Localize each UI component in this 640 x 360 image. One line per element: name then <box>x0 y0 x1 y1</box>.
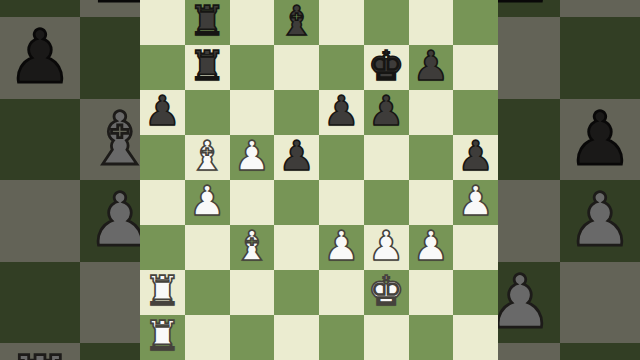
square-f8[interactable] <box>364 0 409 45</box>
square-h4[interactable]: ♟ <box>453 180 498 225</box>
square-b2[interactable] <box>185 270 230 315</box>
black-rook[interactable]: ♜ <box>189 1 226 42</box>
square-g5[interactable] <box>409 135 454 180</box>
white-bishop[interactable]: ♝ <box>233 226 270 267</box>
white-rook[interactable]: ♜ <box>144 316 181 357</box>
square-d2[interactable] <box>274 270 319 315</box>
square-g8[interactable] <box>409 0 454 45</box>
square-a4[interactable] <box>140 180 185 225</box>
chess-board[interactable]: ♜♝♜♚♟♟♟♟♝♟♟♟♟♟♝♟♟♟♜♚♜ <box>140 0 498 360</box>
square-f1[interactable] <box>364 315 409 360</box>
square-a6[interactable]: ♟ <box>140 90 185 135</box>
square-d4[interactable] <box>274 180 319 225</box>
square-g4[interactable] <box>409 180 454 225</box>
square-b8[interactable]: ♜ <box>185 0 230 45</box>
square-e4[interactable] <box>319 180 364 225</box>
square-d5[interactable]: ♟ <box>274 135 319 180</box>
white-pawn[interactable]: ♟ <box>412 226 449 267</box>
video-frame: ♜♝♜♚♟♟♟♟♝♟♟♟♟♟♝♟♟♟♜♚♜ ♜♝♜♚♟♟♟♟♝♟♟♟♟♟♝♟♟♟… <box>0 0 640 360</box>
square-b7[interactable]: ♜ <box>185 45 230 90</box>
black-king[interactable]: ♚ <box>368 46 405 87</box>
square-c3[interactable]: ♝ <box>230 225 275 270</box>
square-h6[interactable] <box>453 90 498 135</box>
black-pawn[interactable]: ♟ <box>144 91 181 132</box>
square-c4[interactable] <box>230 180 275 225</box>
square-g7[interactable]: ♟ <box>409 45 454 90</box>
black-pawn[interactable]: ♟ <box>323 91 360 132</box>
white-king[interactable]: ♚ <box>368 271 405 312</box>
square-f4[interactable] <box>364 180 409 225</box>
square-c6[interactable] <box>230 90 275 135</box>
square-g3[interactable]: ♟ <box>409 225 454 270</box>
white-pawn[interactable]: ♟ <box>323 226 360 267</box>
square-d6[interactable] <box>274 90 319 135</box>
white-pawn[interactable]: ♟ <box>189 181 226 222</box>
square-f2[interactable]: ♚ <box>364 270 409 315</box>
black-pawn[interactable]: ♟ <box>368 91 405 132</box>
square-c5[interactable]: ♟ <box>230 135 275 180</box>
square-d8[interactable]: ♝ <box>274 0 319 45</box>
square-c7[interactable] <box>230 45 275 90</box>
square-h1[interactable] <box>453 315 498 360</box>
square-e6[interactable]: ♟ <box>319 90 364 135</box>
square-f7[interactable]: ♚ <box>364 45 409 90</box>
square-f5[interactable] <box>364 135 409 180</box>
square-g1[interactable] <box>409 315 454 360</box>
square-b6[interactable] <box>185 90 230 135</box>
square-d7[interactable] <box>274 45 319 90</box>
white-pawn[interactable]: ♟ <box>233 136 270 177</box>
square-a2[interactable]: ♜ <box>140 270 185 315</box>
black-bishop[interactable]: ♝ <box>278 1 315 42</box>
square-c2[interactable] <box>230 270 275 315</box>
white-bishop[interactable]: ♝ <box>189 136 226 177</box>
square-a8[interactable] <box>140 0 185 45</box>
square-g2[interactable] <box>409 270 454 315</box>
square-d3[interactable] <box>274 225 319 270</box>
square-b5[interactable]: ♝ <box>185 135 230 180</box>
square-c1[interactable] <box>230 315 275 360</box>
square-e3[interactable]: ♟ <box>319 225 364 270</box>
square-h2[interactable] <box>453 270 498 315</box>
square-f3[interactable]: ♟ <box>364 225 409 270</box>
square-b3[interactable] <box>185 225 230 270</box>
square-g6[interactable] <box>409 90 454 135</box>
square-h5[interactable]: ♟ <box>453 135 498 180</box>
white-pawn[interactable]: ♟ <box>457 181 494 222</box>
square-a7[interactable] <box>140 45 185 90</box>
square-h8[interactable] <box>453 0 498 45</box>
square-e1[interactable] <box>319 315 364 360</box>
square-d1[interactable] <box>274 315 319 360</box>
square-a5[interactable] <box>140 135 185 180</box>
square-a3[interactable] <box>140 225 185 270</box>
black-pawn[interactable]: ♟ <box>457 136 494 177</box>
white-rook[interactable]: ♜ <box>144 271 181 312</box>
black-rook[interactable]: ♜ <box>189 46 226 87</box>
white-pawn[interactable]: ♟ <box>368 226 405 267</box>
square-f6[interactable]: ♟ <box>364 90 409 135</box>
square-e7[interactable] <box>319 45 364 90</box>
square-h3[interactable] <box>453 225 498 270</box>
square-b1[interactable] <box>185 315 230 360</box>
square-h7[interactable] <box>453 45 498 90</box>
square-b4[interactable]: ♟ <box>185 180 230 225</box>
square-e5[interactable] <box>319 135 364 180</box>
square-a1[interactable]: ♜ <box>140 315 185 360</box>
black-pawn[interactable]: ♟ <box>412 46 449 87</box>
square-c8[interactable] <box>230 0 275 45</box>
square-e8[interactable] <box>319 0 364 45</box>
black-pawn[interactable]: ♟ <box>278 136 315 177</box>
square-e2[interactable] <box>319 270 364 315</box>
